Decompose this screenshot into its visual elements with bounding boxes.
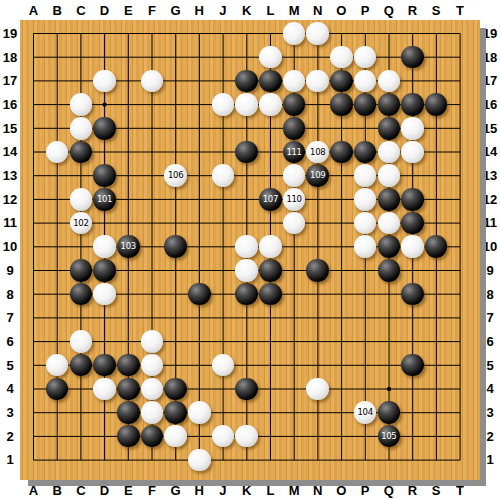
- white-stone: [212, 354, 235, 377]
- col-label: A: [22, 480, 46, 500]
- row-label: 17: [480, 69, 500, 93]
- col-label: L: [259, 0, 283, 20]
- black-stone: [378, 259, 401, 282]
- move-number-label: 105: [381, 432, 396, 441]
- row-labels-right: 19181716151413121110987654321: [480, 22, 500, 472]
- white-stone: [306, 70, 329, 93]
- col-label: J: [211, 480, 235, 500]
- black-stone: [93, 164, 116, 187]
- white-stone: [212, 164, 235, 187]
- col-label: B: [45, 0, 69, 20]
- white-stone: [93, 70, 116, 93]
- col-label: N: [306, 480, 330, 500]
- black-stone: [117, 354, 140, 377]
- white-stone: [259, 46, 282, 69]
- white-stone: [70, 93, 93, 116]
- col-label: E: [116, 480, 140, 500]
- white-stone: [259, 93, 282, 116]
- row-label: 2: [0, 424, 20, 448]
- row-label: 6: [0, 330, 20, 354]
- black-stone: [259, 259, 282, 282]
- move-number-label: 111: [286, 148, 301, 157]
- row-label: 8: [480, 282, 500, 306]
- row-label: 11: [0, 211, 20, 235]
- white-stone: [93, 283, 116, 306]
- black-stone: [425, 93, 448, 116]
- white-stone: [306, 378, 329, 401]
- black-stone: [378, 401, 401, 424]
- black-stone: 107: [259, 188, 282, 211]
- row-label: 8: [0, 282, 20, 306]
- row-label: 18: [480, 45, 500, 69]
- col-label: C: [69, 480, 93, 500]
- col-label: R: [401, 480, 425, 500]
- white-stone: [354, 235, 377, 258]
- white-stone: [46, 354, 69, 377]
- col-label: H: [187, 480, 211, 500]
- white-stone: [93, 378, 116, 401]
- row-label: 13: [480, 164, 500, 188]
- black-stone: [70, 354, 93, 377]
- row-label: 18: [0, 45, 20, 69]
- row-label: 6: [480, 330, 500, 354]
- white-stone: [141, 354, 164, 377]
- row-label: 7: [480, 306, 500, 330]
- black-stone: [401, 354, 424, 377]
- white-stone: [378, 70, 401, 93]
- black-stone: [425, 235, 448, 258]
- row-label: 3: [480, 401, 500, 425]
- row-label: 1: [0, 448, 20, 472]
- move-number-label: 110: [286, 195, 301, 204]
- col-label: E: [116, 0, 140, 20]
- row-label: 17: [0, 69, 20, 93]
- row-label: 9: [0, 259, 20, 283]
- black-stone: [70, 141, 93, 164]
- col-label: P: [353, 480, 377, 500]
- col-label: A: [22, 0, 46, 20]
- white-stone: [164, 425, 187, 448]
- col-label: D: [93, 480, 117, 500]
- col-label: O: [330, 0, 354, 20]
- white-stone: 106: [164, 164, 187, 187]
- white-stone: [70, 117, 93, 140]
- white-stone: [283, 22, 306, 45]
- row-label: 15: [0, 116, 20, 140]
- move-number-label: 107: [263, 195, 278, 204]
- black-stone: [378, 93, 401, 116]
- black-stone: [306, 259, 329, 282]
- col-label: N: [306, 0, 330, 20]
- black-stone: 101: [93, 188, 116, 211]
- col-label: L: [259, 480, 283, 500]
- black-stone: [378, 117, 401, 140]
- black-stone: [164, 378, 187, 401]
- move-number-label: 102: [73, 219, 88, 228]
- black-stone: [93, 354, 116, 377]
- black-stone: [401, 283, 424, 306]
- white-stone: [306, 22, 329, 45]
- column-labels-bottom: ABCDEFGHJKLMNOPQRST: [22, 480, 472, 500]
- white-stone: [354, 212, 377, 235]
- move-number-label: 106: [168, 171, 183, 180]
- move-number-label: 109: [310, 171, 325, 180]
- col-label: B: [45, 480, 69, 500]
- col-label: T: [448, 480, 472, 500]
- col-label: S: [424, 480, 448, 500]
- black-stone: [330, 141, 353, 164]
- move-number-label: 104: [357, 408, 372, 417]
- black-stone: [354, 141, 377, 164]
- black-stone: [259, 283, 282, 306]
- col-label: F: [140, 480, 164, 500]
- black-stone: [378, 188, 401, 211]
- row-label: 4: [480, 377, 500, 401]
- black-stone: [117, 401, 140, 424]
- black-stone: [235, 283, 258, 306]
- black-stone: [164, 235, 187, 258]
- row-label: 19: [480, 22, 500, 46]
- white-stone: [235, 93, 258, 116]
- white-stone: [235, 259, 258, 282]
- row-label: 7: [0, 306, 20, 330]
- white-stone: [212, 93, 235, 116]
- black-stone: [401, 93, 424, 116]
- black-stone: 105: [378, 425, 401, 448]
- col-label: F: [140, 0, 164, 20]
- black-stone: [117, 378, 140, 401]
- white-stone: [141, 378, 164, 401]
- white-stone: [283, 212, 306, 235]
- white-stone: [141, 70, 164, 93]
- white-stone: [70, 188, 93, 211]
- white-stone: 104: [354, 401, 377, 424]
- white-stone: [378, 141, 401, 164]
- white-stone: [401, 141, 424, 164]
- white-stone: [330, 46, 353, 69]
- col-label: K: [235, 480, 259, 500]
- black-stone: [70, 259, 93, 282]
- white-stone: [378, 212, 401, 235]
- col-label: R: [401, 0, 425, 20]
- white-stone: [283, 70, 306, 93]
- white-stone: 110: [283, 188, 306, 211]
- col-label: G: [164, 480, 188, 500]
- black-stone: [93, 259, 116, 282]
- white-stone: [46, 141, 69, 164]
- white-stone: [354, 46, 377, 69]
- row-label: 5: [480, 353, 500, 377]
- row-label: 9: [480, 259, 500, 283]
- white-stone: [259, 235, 282, 258]
- black-stone: [401, 212, 424, 235]
- row-label: 5: [0, 353, 20, 377]
- black-stone: 109: [306, 164, 329, 187]
- white-stone: [354, 164, 377, 187]
- row-label: 14: [0, 140, 20, 164]
- white-stone: [70, 330, 93, 353]
- row-label: 11: [480, 211, 500, 235]
- row-label: 16: [480, 93, 500, 117]
- black-stone: [70, 283, 93, 306]
- col-label: M: [282, 0, 306, 20]
- row-label: 19: [0, 22, 20, 46]
- col-label: J: [211, 0, 235, 20]
- move-number-label: 108: [310, 148, 325, 157]
- row-label: 10: [480, 235, 500, 259]
- white-stone: [378, 164, 401, 187]
- black-stone: [259, 70, 282, 93]
- black-stone: 103: [117, 235, 140, 258]
- black-stone: [401, 188, 424, 211]
- go-app: ABCDEFGHJKLMNOPQRST ABCDEFGHJKLMNOPQRST …: [0, 0, 500, 500]
- white-stone: [354, 188, 377, 211]
- col-label: T: [448, 0, 472, 20]
- col-label: H: [187, 0, 211, 20]
- move-number-label: 103: [121, 242, 136, 251]
- black-stone: [378, 235, 401, 258]
- black-stone: [354, 93, 377, 116]
- col-label: D: [93, 0, 117, 20]
- row-label: 12: [0, 187, 20, 211]
- black-stone: [93, 117, 116, 140]
- black-stone: [330, 93, 353, 116]
- row-label: 15: [480, 116, 500, 140]
- col-label: M: [282, 480, 306, 500]
- col-label: Q: [377, 480, 401, 500]
- col-label: Q: [377, 0, 401, 20]
- white-stone: [141, 401, 164, 424]
- black-stone: [164, 401, 187, 424]
- white-stone: [188, 401, 211, 424]
- white-stone: 102: [70, 212, 93, 235]
- row-label: 3: [0, 401, 20, 425]
- column-labels-top: ABCDEFGHJKLMNOPQRST: [22, 0, 472, 20]
- black-stone: [188, 283, 211, 306]
- black-stone: 111: [283, 141, 306, 164]
- black-stone: [141, 425, 164, 448]
- black-stone: [235, 141, 258, 164]
- row-label: 16: [0, 93, 20, 117]
- white-stone: [354, 70, 377, 93]
- row-label: 13: [0, 164, 20, 188]
- white-stone: [401, 117, 424, 140]
- row-label: 2: [480, 424, 500, 448]
- row-labels-left: 19181716151413121110987654321: [0, 22, 20, 472]
- white-stone: [283, 164, 306, 187]
- white-stone: [93, 235, 116, 258]
- white-stone: [212, 425, 235, 448]
- white-stone: [141, 330, 164, 353]
- move-number-label: 101: [97, 195, 112, 204]
- white-stone: [235, 235, 258, 258]
- white-stone: 108: [306, 141, 329, 164]
- white-stone: [401, 235, 424, 258]
- row-label: 12: [480, 187, 500, 211]
- col-label: C: [69, 0, 93, 20]
- col-label: P: [353, 0, 377, 20]
- white-stone: [235, 425, 258, 448]
- black-stone: [283, 93, 306, 116]
- row-label: 4: [0, 377, 20, 401]
- row-label: 1: [480, 448, 500, 472]
- black-stone: [235, 70, 258, 93]
- black-stone: [235, 378, 258, 401]
- black-stone: [283, 117, 306, 140]
- black-stone: [401, 46, 424, 69]
- black-stone: [46, 378, 69, 401]
- row-label: 14: [480, 140, 500, 164]
- white-stone: [188, 449, 211, 472]
- col-label: G: [164, 0, 188, 20]
- black-stone: [330, 70, 353, 93]
- row-label: 10: [0, 235, 20, 259]
- col-label: S: [424, 0, 448, 20]
- col-label: K: [235, 0, 259, 20]
- go-board[interactable]: 111109101107103105108106110102104: [20, 20, 480, 480]
- col-label: O: [330, 480, 354, 500]
- stone-layer: 111109101107103105108106110102104: [22, 22, 472, 472]
- black-stone: [117, 425, 140, 448]
